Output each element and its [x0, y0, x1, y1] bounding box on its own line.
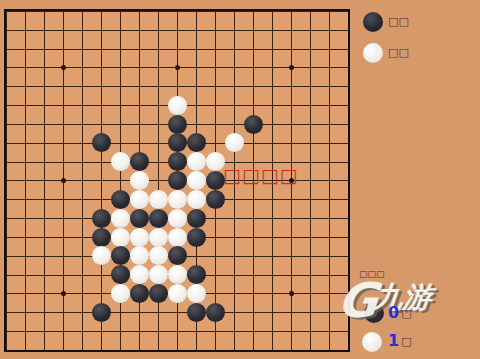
white-stone-c11-r11[interactable]: [187, 190, 206, 209]
black-stone-c10-r8[interactable]: [168, 133, 187, 152]
go-board[interactable]: □□□□: [4, 9, 350, 352]
hoshi-point: [61, 291, 66, 296]
black-stone-c14-r7[interactable]: [244, 115, 263, 134]
white-stone-c9-r15[interactable]: [149, 265, 168, 284]
black-stone-c10-r9[interactable]: [168, 152, 187, 171]
hoshi-point: [61, 65, 66, 70]
legend-white-label: □□: [388, 47, 409, 58]
legend-white-stone-icon: [363, 43, 383, 63]
hoshi-point: [289, 291, 294, 296]
stones-layer: [6, 11, 348, 350]
black-stone-c6-r12[interactable]: [92, 209, 111, 228]
black-stone-c9-r12[interactable]: [149, 209, 168, 228]
black-stone-c6-r13[interactable]: [92, 228, 111, 247]
white-stone-c7-r9[interactable]: [111, 152, 130, 171]
white-stone-c8-r11[interactable]: [130, 190, 149, 209]
black-stone-c6-r8[interactable]: [92, 133, 111, 152]
legend-black-stone-icon: [363, 12, 383, 32]
white-stone-c9-r13[interactable]: [149, 228, 168, 247]
captures-white-stone-icon: [362, 332, 382, 352]
white-stone-c7-r13[interactable]: [111, 228, 130, 247]
black-stone-c11-r8[interactable]: [187, 133, 206, 152]
black-stone-c11-r13[interactable]: [187, 228, 206, 247]
white-stone-c7-r16[interactable]: [111, 284, 130, 303]
hoshi-point: [289, 65, 294, 70]
white-stone-c6-r14[interactable]: [92, 246, 111, 265]
captures-black-count: 0□: [388, 305, 412, 321]
captures-title: □□□: [359, 270, 385, 279]
black-stone-c11-r17[interactable]: [187, 303, 206, 322]
white-stone-c10-r12[interactable]: [168, 209, 187, 228]
white-stone-c8-r13[interactable]: [130, 228, 149, 247]
captures-black-unit: □: [401, 307, 411, 320]
white-stone-c8-r10[interactable]: [130, 171, 149, 190]
white-stone-c11-r9[interactable]: [187, 152, 206, 171]
captures-white-value: 1: [388, 331, 399, 350]
black-stone-c9-r16[interactable]: [149, 284, 168, 303]
hoshi-point: [175, 65, 180, 70]
black-stone-c12-r11[interactable]: [206, 190, 225, 209]
captures-white-count: 1□: [388, 333, 412, 349]
black-stone-c11-r12[interactable]: [187, 209, 206, 228]
white-stone-c9-r11[interactable]: [149, 190, 168, 209]
white-stone-c10-r11[interactable]: [168, 190, 187, 209]
white-stone-c10-r6[interactable]: [168, 96, 187, 115]
black-stone-c8-r16[interactable]: [130, 284, 149, 303]
legend-black-label: □□: [388, 16, 409, 27]
hoshi-point: [289, 178, 294, 183]
black-stone-c12-r10[interactable]: [206, 171, 225, 190]
white-stone-c13-r8[interactable]: [225, 133, 244, 152]
black-stone-c11-r15[interactable]: [187, 265, 206, 284]
captures-black-value: 0: [388, 303, 399, 322]
black-stone-c7-r15[interactable]: [111, 265, 130, 284]
white-stone-c8-r15[interactable]: [130, 265, 149, 284]
black-stone-c6-r17[interactable]: [92, 303, 111, 322]
white-stone-c11-r16[interactable]: [187, 284, 206, 303]
captures-white-unit: □: [401, 335, 411, 348]
black-stone-c8-r9[interactable]: [130, 152, 149, 171]
black-stone-c10-r7[interactable]: [168, 115, 187, 134]
black-stone-c10-r14[interactable]: [168, 246, 187, 265]
black-stone-c10-r10[interactable]: [168, 171, 187, 190]
white-stone-c8-r14[interactable]: [130, 246, 149, 265]
black-stone-c12-r17[interactable]: [206, 303, 225, 322]
white-stone-c10-r16[interactable]: [168, 284, 187, 303]
black-stone-c7-r14[interactable]: [111, 246, 130, 265]
black-stone-c8-r12[interactable]: [130, 209, 149, 228]
white-stone-c12-r9[interactable]: [206, 152, 225, 171]
go-app-window: { "game": "go", "board_size": 19, "posit…: [0, 0, 480, 359]
white-stone-c10-r13[interactable]: [168, 228, 187, 247]
white-stone-c10-r15[interactable]: [168, 265, 187, 284]
white-stone-c7-r12[interactable]: [111, 209, 130, 228]
white-stone-c11-r10[interactable]: [187, 171, 206, 190]
black-stone-c7-r11[interactable]: [111, 190, 130, 209]
jiuyou-watermark-logo: G九游: [335, 276, 433, 324]
captures-black-stone-icon: [364, 303, 384, 323]
hoshi-point: [61, 178, 66, 183]
white-stone-c9-r14[interactable]: [149, 246, 168, 265]
